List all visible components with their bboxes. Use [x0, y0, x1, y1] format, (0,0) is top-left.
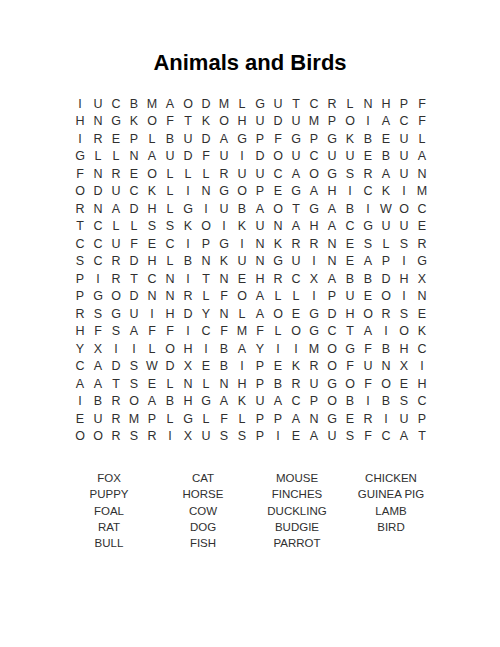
grid-cell-r7c18: W	[377, 200, 395, 218]
grid-cell-r9c2: C	[89, 235, 107, 253]
grid-cell-r7c19: O	[395, 200, 413, 218]
word-list-item: DUCKLING	[250, 503, 344, 519]
grid-cell-r20c20: T	[413, 428, 431, 446]
grid-cell-r11c17: B	[359, 270, 377, 288]
grid-cell-r6c7: I	[179, 183, 197, 201]
grid-cell-r8c8: O	[197, 218, 215, 236]
grid-cell-r13c4: U	[125, 305, 143, 323]
grid-cell-r19c18: I	[377, 410, 395, 428]
grid-cell-r19c16: E	[341, 410, 359, 428]
grid-cell-r7c15: A	[323, 200, 341, 218]
grid-cell-r20c9: S	[215, 428, 233, 446]
grid-cell-r8c6: S	[161, 218, 179, 236]
grid-cell-r7c17: I	[359, 200, 377, 218]
grid-cell-r19c5: P	[143, 410, 161, 428]
grid-cell-r16c1: C	[71, 358, 89, 376]
grid-cell-r16c13: K	[287, 358, 305, 376]
grid-cell-r13c13: E	[287, 305, 305, 323]
grid-cell-r15c14: M	[305, 340, 323, 358]
grid-cell-r18c12: A	[269, 393, 287, 411]
grid-cell-r2c11: U	[251, 113, 269, 131]
grid-cell-r12c13: L	[287, 288, 305, 306]
word-list-item: BUDGIE	[250, 519, 344, 535]
grid-cell-r12c6: N	[161, 288, 179, 306]
grid-cell-r11c7: I	[179, 270, 197, 288]
grid-cell-r2c1: H	[71, 113, 89, 131]
grid-cell-r13c5: I	[143, 305, 161, 323]
grid-cell-r10c15: N	[323, 253, 341, 271]
grid-cell-r16c3: D	[107, 358, 125, 376]
grid-cell-r10c3: R	[107, 253, 125, 271]
grid-cell-r6c1: O	[71, 183, 89, 201]
grid-cell-r5c12: C	[269, 165, 287, 183]
grid-cell-r18c11: U	[251, 393, 269, 411]
grid-cell-r1c16: L	[341, 95, 359, 113]
grid-cell-r3c20: L	[413, 130, 431, 148]
grid-cell-r13c9: N	[215, 305, 233, 323]
grid-cell-r9c20: R	[413, 235, 431, 253]
grid-cell-r10c4: D	[125, 253, 143, 271]
grid-cell-r14c17: A	[359, 323, 377, 341]
grid-cell-r11c2: I	[89, 270, 107, 288]
grid-cell-r6c4: C	[125, 183, 143, 201]
grid-cell-r6c11: P	[251, 183, 269, 201]
grid-cell-r10c16: E	[341, 253, 359, 271]
grid-cell-r18c17: I	[359, 393, 377, 411]
grid-cell-r2c2: N	[89, 113, 107, 131]
grid-cell-r5c13: A	[287, 165, 305, 183]
grid-cell-r13c19: S	[395, 305, 413, 323]
grid-cell-r11c20: X	[413, 270, 431, 288]
word-list-column-3: MOUSEFINCHESDUCKLINGBUDGIEPARROT	[250, 470, 344, 551]
grid-cell-r18c19: S	[395, 393, 413, 411]
grid-cell-r17c11: P	[251, 375, 269, 393]
grid-cell-r4c19: U	[395, 148, 413, 166]
grid-cell-r7c3: A	[107, 200, 125, 218]
grid-cell-r13c17: O	[359, 305, 377, 323]
grid-cell-r3c17: B	[359, 130, 377, 148]
grid-cell-r2c8: K	[197, 113, 215, 131]
grid-cell-r1c8: D	[197, 95, 215, 113]
grid-cell-r16c9: B	[215, 358, 233, 376]
grid-cell-r6c9: G	[215, 183, 233, 201]
grid-cell-r17c9: N	[215, 375, 233, 393]
grid-cell-r5c3: R	[107, 165, 125, 183]
grid-cell-r16c6: D	[161, 358, 179, 376]
grid-cell-r7c7: G	[179, 200, 197, 218]
grid-cell-r10c18: P	[377, 253, 395, 271]
grid-cell-r9c8: P	[197, 235, 215, 253]
word-list-item: BULL	[62, 535, 156, 551]
grid-cell-r4c8: F	[197, 148, 215, 166]
grid-cell-r14c12: L	[269, 323, 287, 341]
grid-cell-r1c11: G	[251, 95, 269, 113]
grid-cell-r12c4: D	[125, 288, 143, 306]
grid-cell-r6c19: I	[395, 183, 413, 201]
grid-cell-r10c2: C	[89, 253, 107, 271]
word-list-item: GUINEA PIG	[344, 486, 438, 502]
grid-cell-r7c13: T	[287, 200, 305, 218]
grid-cell-r17c13: R	[287, 375, 305, 393]
grid-cell-r5c14: O	[305, 165, 323, 183]
grid-cell-r15c4: I	[125, 340, 143, 358]
grid-cell-r18c3: R	[107, 393, 125, 411]
grid-cell-r5c8: L	[197, 165, 215, 183]
grid-cell-r13c3: G	[107, 305, 125, 323]
grid-cell-r17c20: H	[413, 375, 431, 393]
grid-cell-r11c16: B	[341, 270, 359, 288]
grid-cell-r10c8: N	[197, 253, 215, 271]
grid-cell-r19c20: P	[413, 410, 431, 428]
grid-cell-r4c18: B	[377, 148, 395, 166]
grid-cell-r6c12: E	[269, 183, 287, 201]
grid-cell-r12c17: E	[359, 288, 377, 306]
grid-cell-r12c5: N	[143, 288, 161, 306]
grid-cell-r7c5: H	[143, 200, 161, 218]
grid-cell-r1c10: L	[233, 95, 251, 113]
grid-cell-r7c11: A	[251, 200, 269, 218]
grid-cell-r18c16: B	[341, 393, 359, 411]
grid-cell-r2c16: O	[341, 113, 359, 131]
grid-cell-r8c3: L	[107, 218, 125, 236]
grid-cell-r3c2: R	[89, 130, 107, 148]
grid-cell-r5c4: E	[125, 165, 143, 183]
grid-cell-r3c8: D	[197, 130, 215, 148]
grid-cell-r5c17: R	[359, 165, 377, 183]
grid-cell-r4c15: U	[323, 148, 341, 166]
grid-cell-r10c20: G	[413, 253, 431, 271]
grid-cell-r7c8: I	[197, 200, 215, 218]
grid-cell-r10c11: N	[251, 253, 269, 271]
grid-cell-r11c15: A	[323, 270, 341, 288]
grid-cell-r1c14: C	[305, 95, 323, 113]
grid-cell-r5c7: L	[179, 165, 197, 183]
grid-cell-r17c7: N	[179, 375, 197, 393]
grid-cell-r12c19: I	[395, 288, 413, 306]
grid-cell-r15c15: O	[323, 340, 341, 358]
grid-cell-r18c20: C	[413, 393, 431, 411]
word-list-item: MOUSE	[250, 470, 344, 486]
word-list: FOXPUPPYFOALRATBULLCATHORSECOWDOGFISHMOU…	[62, 470, 438, 551]
grid-cell-r9c19: S	[395, 235, 413, 253]
grid-cell-r1c6: A	[161, 95, 179, 113]
grid-cell-r9c13: R	[287, 235, 305, 253]
word-list-column-1: FOXPUPPYFOALRATBULL	[62, 470, 156, 551]
grid-cell-r2c12: D	[269, 113, 287, 131]
grid-cell-r12c15: P	[323, 288, 341, 306]
grid-cell-r20c15: U	[323, 428, 341, 446]
grid-cell-r2c15: P	[323, 113, 341, 131]
grid-cell-r19c14: N	[305, 410, 323, 428]
grid-cell-r11c5: C	[143, 270, 161, 288]
grid-cell-r7c14: G	[305, 200, 323, 218]
grid-cell-r6c17: C	[359, 183, 377, 201]
grid-cell-r4c1: G	[71, 148, 89, 166]
grid-cell-r8c12: N	[269, 218, 287, 236]
grid-cell-r1c3: C	[107, 95, 125, 113]
grid-cell-r1c20: F	[413, 95, 431, 113]
grid-cell-r19c6: L	[161, 410, 179, 428]
grid-cell-r15c20: C	[413, 340, 431, 358]
grid-cell-r4c5: A	[143, 148, 161, 166]
grid-cell-r8c16: C	[341, 218, 359, 236]
grid-cell-r16c12: E	[269, 358, 287, 376]
grid-cell-r19c17: R	[359, 410, 377, 428]
grid-cell-r14c10: M	[233, 323, 251, 341]
grid-cell-r9c5: E	[143, 235, 161, 253]
grid-cell-r5c15: G	[323, 165, 341, 183]
grid-cell-r19c9: F	[215, 410, 233, 428]
grid-cell-r6c10: O	[233, 183, 251, 201]
grid-cell-r3c12: F	[269, 130, 287, 148]
grid-cell-r14c3: S	[107, 323, 125, 341]
grid-cell-r13c14: G	[305, 305, 323, 323]
grid-cell-r10c7: B	[179, 253, 197, 271]
grid-cell-r15c17: F	[359, 340, 377, 358]
grid-cell-r12c1: P	[71, 288, 89, 306]
grid-cell-r6c14: A	[305, 183, 323, 201]
grid-cell-r2c5: O	[143, 113, 161, 131]
grid-cell-r11c8: T	[197, 270, 215, 288]
grid-cell-r3c9: A	[215, 130, 233, 148]
grid-cell-r9c9: G	[215, 235, 233, 253]
grid-cell-r17c4: S	[125, 375, 143, 393]
grid-cell-r20c10: S	[233, 428, 251, 446]
grid-cell-r10c13: U	[287, 253, 305, 271]
grid-cell-r2c4: K	[125, 113, 143, 131]
word-list-item: HORSE	[156, 486, 250, 502]
grid-cell-r9c14: R	[305, 235, 323, 253]
grid-cell-r1c15: R	[323, 95, 341, 113]
word-list-item: FINCHES	[250, 486, 344, 502]
grid-cell-r15c2: X	[89, 340, 107, 358]
grid-cell-r11c18: D	[377, 270, 395, 288]
grid-cell-r5c2: N	[89, 165, 107, 183]
grid-cell-r8c1: T	[71, 218, 89, 236]
grid-cell-r11c14: X	[305, 270, 323, 288]
grid-cell-r13c1: R	[71, 305, 89, 323]
grid-cell-r10c10: U	[233, 253, 251, 271]
grid-cell-r14c2: F	[89, 323, 107, 341]
grid-cell-r7c4: D	[125, 200, 143, 218]
word-list-item: COW	[156, 503, 250, 519]
grid-cell-r15c19: H	[395, 340, 413, 358]
grid-cell-r17c10: H	[233, 375, 251, 393]
grid-cell-r13c10: L	[233, 305, 251, 323]
grid-cell-r11c6: N	[161, 270, 179, 288]
grid-cell-r9c7: I	[179, 235, 197, 253]
grid-cell-r19c19: U	[395, 410, 413, 428]
grid-cell-r13c16: H	[341, 305, 359, 323]
grid-cell-r11c4: T	[125, 270, 143, 288]
grid-cell-r20c6: I	[161, 428, 179, 446]
grid-cell-r5c16: S	[341, 165, 359, 183]
grid-cell-r6c20: M	[413, 183, 431, 201]
grid-cell-r10c6: L	[161, 253, 179, 271]
grid-cell-r10c12: G	[269, 253, 287, 271]
grid-cell-r18c5: A	[143, 393, 161, 411]
grid-cell-r13c7: D	[179, 305, 197, 323]
grid-cell-r15c18: B	[377, 340, 395, 358]
grid-cell-r3c14: P	[305, 130, 323, 148]
grid-cell-r7c1: R	[71, 200, 89, 218]
grid-cell-r11c19: H	[395, 270, 413, 288]
grid-cell-r20c14: A	[305, 428, 323, 446]
grid-cell-r17c5: E	[143, 375, 161, 393]
grid-cell-r19c7: G	[179, 410, 197, 428]
grid-cell-r11c10: E	[233, 270, 251, 288]
grid-cell-r5c6: L	[161, 165, 179, 183]
grid-cell-r18c1: I	[71, 393, 89, 411]
grid-cell-r8c14: H	[305, 218, 323, 236]
grid-cell-r5c9: R	[215, 165, 233, 183]
grid-cell-r11c1: P	[71, 270, 89, 288]
grid-cell-r1c18: H	[377, 95, 395, 113]
grid-cell-r1c2: U	[89, 95, 107, 113]
grid-cell-r18c18: B	[377, 393, 395, 411]
grid-cell-r12c11: A	[251, 288, 269, 306]
grid-cell-r15c11: Y	[251, 340, 269, 358]
grid-cell-r5c5: O	[143, 165, 161, 183]
grid-cell-r7c9: U	[215, 200, 233, 218]
grid-cell-r20c8: U	[197, 428, 215, 446]
grid-cell-r20c7: X	[179, 428, 197, 446]
grid-cell-r14c1: H	[71, 323, 89, 341]
grid-cell-r15c3: I	[107, 340, 125, 358]
grid-cell-r14c19: O	[395, 323, 413, 341]
grid-cell-r8c20: E	[413, 218, 431, 236]
grid-cell-r7c10: B	[233, 200, 251, 218]
grid-cell-r15c1: Y	[71, 340, 89, 358]
grid-cell-r20c11: P	[251, 428, 269, 446]
grid-cell-r6c8: N	[197, 183, 215, 201]
grid-cell-r4c12: O	[269, 148, 287, 166]
grid-cell-r3c1: I	[71, 130, 89, 148]
grid-cell-r17c14: U	[305, 375, 323, 393]
grid-cell-r20c17: F	[359, 428, 377, 446]
grid-cell-r9c12: K	[269, 235, 287, 253]
grid-cell-r13c6: H	[161, 305, 179, 323]
grid-cell-r8c9: I	[215, 218, 233, 236]
grid-cell-r20c16: S	[341, 428, 359, 446]
grid-cell-r17c2: A	[89, 375, 107, 393]
grid-cell-r14c5: F	[143, 323, 161, 341]
grid-cell-r15c13: I	[287, 340, 305, 358]
grid-cell-r19c1: E	[71, 410, 89, 428]
grid-cell-r1c13: T	[287, 95, 305, 113]
grid-cell-r3c3: E	[107, 130, 125, 148]
grid-cell-r7c6: L	[161, 200, 179, 218]
grid-cell-r11c12: R	[269, 270, 287, 288]
grid-cell-r10c1: S	[71, 253, 89, 271]
grid-cell-r8c19: U	[395, 218, 413, 236]
grid-cell-r19c13: A	[287, 410, 305, 428]
word-list-item: FOAL	[62, 503, 156, 519]
grid-cell-r7c20: C	[413, 200, 431, 218]
grid-cell-r9c16: E	[341, 235, 359, 253]
grid-cell-r20c5: R	[143, 428, 161, 446]
word-search-grid: IUCBMAODMLGUTCRLNHPFHNGKOFTKOHUDUMPOIACF…	[71, 95, 431, 445]
grid-cell-r1c17: N	[359, 95, 377, 113]
grid-cell-r15c12: I	[269, 340, 287, 358]
grid-cell-r14c15: C	[323, 323, 341, 341]
grid-cell-r11c13: C	[287, 270, 305, 288]
grid-cell-r20c3: R	[107, 428, 125, 446]
grid-cell-r9c18: L	[377, 235, 395, 253]
grid-cell-r20c2: O	[89, 428, 107, 446]
grid-cell-r20c19: A	[395, 428, 413, 446]
grid-cell-r3c4: P	[125, 130, 143, 148]
grid-cell-r11c11: H	[251, 270, 269, 288]
grid-cell-r20c12: I	[269, 428, 287, 446]
grid-cell-r7c12: O	[269, 200, 287, 218]
grid-cell-r6c5: K	[143, 183, 161, 201]
grid-cell-r13c12: O	[269, 305, 287, 323]
grid-cell-r16c5: W	[143, 358, 161, 376]
grid-cell-r6c3: U	[107, 183, 125, 201]
grid-cell-r9c1: C	[71, 235, 89, 253]
grid-cell-r9c15: N	[323, 235, 341, 253]
grid-cell-r15c6: O	[161, 340, 179, 358]
grid-cell-r4c3: L	[107, 148, 125, 166]
word-list-item: BIRD	[344, 519, 438, 535]
grid-cell-r15c10: A	[233, 340, 251, 358]
grid-cell-r9c4: F	[125, 235, 143, 253]
grid-cell-r14c6: F	[161, 323, 179, 341]
grid-cell-r17c15: G	[323, 375, 341, 393]
grid-cell-r12c14: I	[305, 288, 323, 306]
grid-cell-r6c6: L	[161, 183, 179, 201]
grid-cell-r17c6: L	[161, 375, 179, 393]
grid-cell-r17c19: E	[395, 375, 413, 393]
grid-cell-r17c12: B	[269, 375, 287, 393]
grid-cell-r2c20: F	[413, 113, 431, 131]
grid-cell-r15c7: H	[179, 340, 197, 358]
grid-cell-r14c4: A	[125, 323, 143, 341]
grid-cell-r16c7: X	[179, 358, 197, 376]
grid-cell-r14c11: F	[251, 323, 269, 341]
grid-cell-r5c11: U	[251, 165, 269, 183]
grid-cell-r7c16: B	[341, 200, 359, 218]
word-list-item: PARROT	[250, 535, 344, 551]
grid-cell-r12c7: R	[179, 288, 197, 306]
grid-cell-r9c6: C	[161, 235, 179, 253]
grid-cell-r2c10: H	[233, 113, 251, 131]
grid-cell-r4c14: C	[305, 148, 323, 166]
grid-cell-r4c13: U	[287, 148, 305, 166]
grid-cell-r13c18: R	[377, 305, 395, 323]
grid-cell-r8c5: S	[143, 218, 161, 236]
grid-cell-r9c10: I	[233, 235, 251, 253]
grid-cell-r16c18: N	[377, 358, 395, 376]
grid-cell-r3c10: G	[233, 130, 251, 148]
word-list-item: FISH	[156, 535, 250, 551]
grid-cell-r19c3: R	[107, 410, 125, 428]
grid-cell-r16c14: R	[305, 358, 323, 376]
grid-cell-r2c18: A	[377, 113, 395, 131]
grid-cell-r12c18: O	[377, 288, 395, 306]
grid-cell-r4c10: I	[233, 148, 251, 166]
grid-cell-r1c1: I	[71, 95, 89, 113]
grid-cell-r18c8: G	[197, 393, 215, 411]
word-list-column-2: CATHORSECOWDOGFISH	[156, 470, 250, 551]
grid-cell-r16c11: P	[251, 358, 269, 376]
grid-cell-r9c11: N	[251, 235, 269, 253]
grid-cell-r2c14: M	[305, 113, 323, 131]
grid-cell-r2c7: T	[179, 113, 197, 131]
grid-cell-r17c1: A	[71, 375, 89, 393]
grid-cell-r18c15: O	[323, 393, 341, 411]
